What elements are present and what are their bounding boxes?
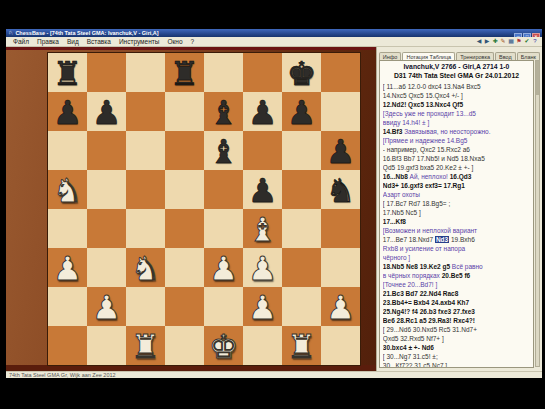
square-h6[interactable]: ♟ <box>321 131 360 170</box>
status-bar: 74th Tata Steel GMA Gr, Wijk aan Zee 201… <box>6 371 542 378</box>
white-bishop[interactable]: ♝ <box>243 209 282 248</box>
notation-text: [ 11...a6 12.0-0 dxc4 13.Na4 Bxc514.Nxc5… <box>380 80 533 368</box>
move-text[interactable]: Nd3+ 16.gxf3 exf3= 17.Rg1 <box>383 182 465 189</box>
notation-line-3: 12.Nd2! Qxc5 13.Nxc4 Qf5 <box>383 100 530 109</box>
square-g6[interactable] <box>282 131 321 170</box>
app-icon: ♘ <box>8 30 13 36</box>
square-a8[interactable]: ♜ <box>48 53 87 92</box>
notation-line-7: [Прямее и надежнее 14.Bg5 <box>383 136 530 145</box>
square-a1[interactable] <box>48 326 87 365</box>
notation-line-18: 17...Be7 18.Nxd7 Nd3 19.Bxh6 <box>383 235 530 244</box>
white-pawn[interactable]: ♟ <box>321 287 360 326</box>
move-text[interactable]: 17.Nb5 Nc5 ] <box>383 209 421 216</box>
notation-line-31: [ 30...Ng7 31.c5! ±; <box>383 352 530 361</box>
black-knight[interactable]: ♞ <box>321 170 360 209</box>
square-d3[interactable] <box>165 248 204 287</box>
main-content: ♜♜♚♟♟♝♟♟♝♟♞♟♞♝♟♞♟♟♟♟♟♜♚♜ ИнфоНотация Таб… <box>6 47 542 371</box>
square-g5[interactable] <box>282 170 321 209</box>
white-pawn[interactable]: ♟ <box>243 248 282 287</box>
move-text[interactable]: [ 17.Bc7 Rd7 18.Bg5= ; <box>383 200 450 207</box>
move-text[interactable]: 17...Kf8 <box>383 218 406 225</box>
square-h4[interactable] <box>321 209 360 248</box>
screenshot-canvas: ♘ ChessBase - [74th Tata Steel GMA: Ivan… <box>0 0 545 409</box>
black-bishop[interactable]: ♝ <box>204 131 243 170</box>
black-pawn[interactable]: ♟ <box>243 92 282 131</box>
black-rook[interactable]: ♜ <box>48 53 87 92</box>
square-b7[interactable]: ♟ <box>87 92 126 131</box>
annotation-comment: ввиду 14.h4! ± ] <box>383 119 429 126</box>
black-bishop[interactable]: ♝ <box>204 92 243 131</box>
square-b5[interactable] <box>87 170 126 209</box>
square-g7[interactable]: ♟ <box>282 92 321 131</box>
notation-line-15: 17.Nb5 Nc5 ] <box>383 208 530 217</box>
square-c6[interactable] <box>126 131 165 170</box>
move-text[interactable]: 14.Nxc5 Qxc5 15.Qxc4 +/- ] <box>383 92 463 99</box>
move-text[interactable]: 16...Nb8 <box>383 173 410 180</box>
notation-line-19: Rxb8 и усиление от напора <box>383 244 530 253</box>
square-d7[interactable] <box>165 92 204 131</box>
menu-item-5[interactable]: Инструменты <box>115 38 164 45</box>
square-c7[interactable] <box>126 92 165 131</box>
chess-board[interactable]: ♜♜♚♟♟♝♟♟♝♟♞♟♞♝♟♞♟♟♟♟♟♜♚♜ <box>48 53 360 365</box>
move-text[interactable]: 12.Nd2! Qxc5 13.Nxc4 Qf5 <box>383 101 463 108</box>
move-text[interactable]: 14.Bf3 <box>383 128 404 135</box>
square-h3[interactable] <box>321 248 360 287</box>
square-e1[interactable]: ♚ <box>204 326 243 365</box>
menu-item-6[interactable]: Окно <box>163 38 186 45</box>
square-b2[interactable]: ♟ <box>87 287 126 326</box>
white-knight[interactable]: ♞ <box>48 170 87 209</box>
square-f1[interactable] <box>243 326 282 365</box>
notation-line-22: в чёрных порядках 20.Be5 f6 <box>383 271 530 280</box>
prev-move-icon[interactable]: ◀ <box>475 37 483 46</box>
square-b3[interactable] <box>87 248 126 287</box>
square-h8[interactable] <box>321 53 360 92</box>
notation-panel: ИнфоНотация ТаблицаТренировкаВводБланк I… <box>376 47 542 371</box>
move-text[interactable]: 16.Bf3 Bb7 17.Nb5! и Nd5 18.Nxa5 <box>383 155 485 162</box>
move-text[interactable]: 16.Qd3 <box>450 173 472 180</box>
selected-move[interactable]: Nd3 <box>435 236 449 243</box>
notation-line-13: Азарт охоты <box>383 190 530 199</box>
square-g2[interactable] <box>282 287 321 326</box>
white-knight[interactable]: ♞ <box>126 248 165 287</box>
square-f5[interactable]: ♟ <box>243 170 282 209</box>
square-b8[interactable] <box>87 53 126 92</box>
square-a3[interactable]: ♟ <box>48 248 87 287</box>
chessbase-window: ♘ ChessBase - [74th Tata Steel GMA: Ivan… <box>6 29 542 378</box>
square-b6[interactable] <box>87 131 126 170</box>
move-text[interactable]: 20.Be5 f6 <box>442 272 471 279</box>
square-d4[interactable] <box>165 209 204 248</box>
annotation-comment: в чёрных порядках <box>383 272 442 279</box>
square-h5[interactable]: ♞ <box>321 170 360 209</box>
move-text[interactable]: Qxd5 32.Rxd5 Nf7+ ] <box>383 335 444 342</box>
add-icon[interactable]: ✚ <box>491 37 499 46</box>
menu-items: ФайлПравкаВидВставкаИнструментыОкно? <box>9 38 198 45</box>
annotation-comment: чёрного ] <box>383 254 410 261</box>
square-b1[interactable] <box>87 326 126 365</box>
square-h1[interactable] <box>321 326 360 365</box>
notation-line-11: 16...Nb8 Ай, неплохо! 16.Qd3 <box>383 172 530 181</box>
notation-line-5: ввиду 14.h4! ± ] <box>383 118 530 127</box>
square-f2[interactable]: ♟ <box>243 287 282 326</box>
annotation-comment: Rxb8 и усиление от напора <box>383 245 465 252</box>
notation-line-29: Qxd5 32.Rxd5 Nf7+ ] <box>383 334 530 343</box>
title-bar[interactable]: ♘ ChessBase - [74th Tata Steel GMA: Ivan… <box>6 29 542 37</box>
white-pawn[interactable]: ♟ <box>87 287 126 326</box>
square-e3[interactable]: ♟ <box>204 248 243 287</box>
notation-line-20: чёрного ] <box>383 253 530 262</box>
notation-line-14: [ 17.Bc7 Rd7 18.Bg5= ; <box>383 199 530 208</box>
square-c2[interactable] <box>126 287 165 326</box>
square-a5[interactable]: ♞ <box>48 170 87 209</box>
square-f7[interactable]: ♟ <box>243 92 282 131</box>
square-d8[interactable]: ♜ <box>165 53 204 92</box>
board-frame: ♜♜♚♟♟♝♟♟♝♟♞♟♞♝♟♞♟♟♟♟♟♜♚♜ <box>6 47 376 371</box>
tab-1[interactable]: Инфо <box>379 52 402 60</box>
black-pawn[interactable]: ♟ <box>87 92 126 131</box>
annotation-comment: [Возможен и неплохой вариант <box>383 227 477 234</box>
move-text[interactable]: Be6 28.Rc1 a5 29.Ra3! Rxc4?! <box>383 317 475 324</box>
square-c5[interactable] <box>126 170 165 209</box>
annotation-comment: [Прямее и надежнее 14.Bg5 <box>383 137 468 144</box>
square-g8[interactable]: ♚ <box>282 53 321 92</box>
notation-line-12: Nd3+ 16.gxf3 exf3= 17.Rg1 <box>383 181 530 190</box>
notation-line-27: Be6 28.Rc1 a5 29.Ra3! Rxc4?! <box>383 316 530 325</box>
edit-icon[interactable]: ✎ <box>499 37 507 46</box>
menu-item-2[interactable]: Правка <box>33 38 63 45</box>
scrollbar[interactable] <box>535 60 540 367</box>
square-d6[interactable] <box>165 131 204 170</box>
status-text: 74th Tata Steel GMA Gr, Wijk aan Zee 201… <box>9 372 116 378</box>
help-icon[interactable]: ? <box>531 37 539 46</box>
notation-line-1: [ 11...a6 12.0-0 dxc4 13.Na4 Bxc5 <box>383 82 530 91</box>
square-a7[interactable]: ♟ <box>48 92 87 131</box>
notation-line-30: 30.bxc4 ± +- Nd6 <box>383 343 530 352</box>
annotation-comment: Завязывая, но неосторожно. <box>404 128 490 135</box>
notation-line-2: 14.Nxc5 Qxc5 15.Qxc4 +/- ] <box>383 91 530 100</box>
game-players: Ivanchuk,V 2766 - Giri,A 2714 1-0 <box>380 63 533 72</box>
move-text[interactable]: 25.Ng4!? f4 26.b3 fxe3 27.fxe3 <box>383 308 475 315</box>
square-e7[interactable]: ♝ <box>204 92 243 131</box>
scrollbar-thumb[interactable] <box>536 61 539 95</box>
square-h7[interactable] <box>321 92 360 131</box>
annotation-comment: Ай, неплохо! <box>410 173 450 180</box>
tab-2[interactable]: Нотация Таблица <box>402 52 455 60</box>
square-e8[interactable] <box>204 53 243 92</box>
square-f3[interactable]: ♟ <box>243 248 282 287</box>
game-event: D31 74th Tata Steel GMA Gr 24.01.2012 <box>380 72 533 81</box>
menu-item-7[interactable]: ? <box>187 38 199 45</box>
tab-4[interactable]: Ввод <box>495 52 516 60</box>
board-icon[interactable]: ▦ <box>507 37 515 46</box>
square-e6[interactable]: ♝ <box>204 131 243 170</box>
move-text[interactable]: 17...Be7 18.Nxd7 <box>383 236 435 243</box>
annotation-comment: [Здесь уже не проходит 13...d5 <box>383 110 476 117</box>
square-d2[interactable] <box>165 287 204 326</box>
move-text[interactable]: [ 11...a6 12.0-0 dxc4 13.Na4 Bxc5 <box>383 83 481 90</box>
notation-line-24: 21.Bc3 Bd7 22.Nd4 Rac8 <box>383 289 530 298</box>
notation-line-9: 16.Bf3 Bb7 17.Nb5! и Nd5 18.Nxa5 <box>383 154 530 163</box>
white-pawn[interactable]: ♟ <box>243 287 282 326</box>
move-text[interactable]: 30...Kf7?? 31.c5 Nc7 ] <box>383 362 447 368</box>
annotation-comment: Всё равно <box>452 263 483 270</box>
square-h2[interactable]: ♟ <box>321 287 360 326</box>
menu-bar: ФайлПравкаВидВставкаИнструментыОкно? ◀▶✚… <box>6 37 542 47</box>
black-pawn[interactable]: ♟ <box>243 170 282 209</box>
square-g4[interactable] <box>282 209 321 248</box>
notation-line-10: Qd5 19.gxf3 bxa5 20.Ke2 ± +- ] <box>383 163 530 172</box>
square-a2[interactable] <box>48 287 87 326</box>
move-text[interactable]: 21.Bc3 Bd7 22.Nd4 Rac8 <box>383 290 459 297</box>
white-rook[interactable]: ♜ <box>282 326 321 365</box>
menu-item-3[interactable]: Вид <box>63 38 83 45</box>
notation-line-8: - например, Qxc2 15.Rxc2 a6 <box>383 145 530 154</box>
check-icon[interactable]: ✔ <box>523 37 531 46</box>
menu-item-1[interactable]: Файл <box>9 38 33 45</box>
notation-line-28: [ 29...Nd6 30.Nxd5 Rc5 31.Nd7+ <box>383 325 530 334</box>
square-d1[interactable] <box>165 326 204 365</box>
notation-line-16: 17...Kf8 <box>383 217 530 226</box>
move-text[interactable]: 30.bxc4 ± +- Nd6 <box>383 344 434 351</box>
notation-line-23: [Точнее 20...Bd7! ] <box>383 280 530 289</box>
annotation-comment: Азарт охоты <box>383 191 420 198</box>
tab-3[interactable]: Тренировка <box>456 52 494 60</box>
square-a4[interactable] <box>48 209 87 248</box>
move-text[interactable]: 19.Bxh6 <box>449 236 475 243</box>
move-text[interactable]: - например, Qxc2 15.Rxc2 a6 <box>383 146 470 153</box>
notation-line-17: [Возможен и неплохой вариант <box>383 226 530 235</box>
black-pawn[interactable]: ♟ <box>282 92 321 131</box>
black-rook[interactable]: ♜ <box>165 53 204 92</box>
white-pawn[interactable]: ♟ <box>48 248 87 287</box>
notation-line-4: [Здесь уже не проходит 13...d5 <box>383 109 530 118</box>
next-move-icon[interactable]: ▶ <box>483 37 491 46</box>
toolbar-icons: ◀▶✚✎▦⚑✔? <box>475 37 539 46</box>
notation-pane[interactable]: Ivanchuk,V 2766 - Giri,A 2714 1-0 D31 74… <box>379 60 534 368</box>
square-c3[interactable]: ♞ <box>126 248 165 287</box>
notation-line-32: 30...Kf7?? 31.c5 Nc7 ] <box>383 361 530 368</box>
black-king[interactable]: ♚ <box>282 53 321 92</box>
square-f6[interactable] <box>243 131 282 170</box>
square-c4[interactable] <box>126 209 165 248</box>
square-b4[interactable] <box>87 209 126 248</box>
square-e2[interactable] <box>204 287 243 326</box>
tab-5[interactable]: Бланк <box>517 52 540 60</box>
square-a6[interactable] <box>48 131 87 170</box>
move-text[interactable]: 23.Bb4+= Bxb4 24.axb4 Kh7 <box>383 299 469 306</box>
white-rook[interactable]: ♜ <box>126 326 165 365</box>
notation-line-25: 23.Bb4+= Bxb4 24.axb4 Kh7 <box>383 298 530 307</box>
square-e4[interactable] <box>204 209 243 248</box>
flag-icon[interactable]: ⚑ <box>515 37 523 46</box>
notation-line-6: 14.Bf3 Завязывая, но неосторожно. <box>383 127 530 136</box>
black-pawn[interactable]: ♟ <box>321 131 360 170</box>
square-g1[interactable]: ♜ <box>282 326 321 365</box>
annotation-comment: [Точнее 20...Bd7! ] <box>383 281 437 288</box>
square-f4[interactable]: ♝ <box>243 209 282 248</box>
black-pawn[interactable]: ♟ <box>48 92 87 131</box>
window-title: ChessBase - [74th Tata Steel GMA: Ivanch… <box>15 30 513 36</box>
move-text[interactable]: 18.Nb5 Ne8 19.Ke2 g5 <box>383 263 452 270</box>
white-king[interactable]: ♚ <box>204 326 243 365</box>
square-c1[interactable]: ♜ <box>126 326 165 365</box>
square-c8[interactable] <box>126 53 165 92</box>
menu-item-4[interactable]: Вставка <box>83 38 115 45</box>
panel-tabs: ИнфоНотация ТаблицаТренировкаВводБланк <box>377 47 542 60</box>
square-d5[interactable] <box>165 170 204 209</box>
move-text[interactable]: Qd5 19.gxf3 bxa5 20.Ke2 ± +- ] <box>383 164 473 171</box>
notation-line-21: 18.Nb5 Ne8 19.Ke2 g5 Всё равно <box>383 262 530 271</box>
square-f8[interactable] <box>243 53 282 92</box>
white-pawn[interactable]: ♟ <box>204 248 243 287</box>
move-text[interactable]: [ 30...Ng7 31.c5! ±; <box>383 353 438 360</box>
notation-line-26: 25.Ng4!? f4 26.b3 fxe3 27.fxe3 <box>383 307 530 316</box>
square-e5[interactable] <box>204 170 243 209</box>
square-g3[interactable] <box>282 248 321 287</box>
move-text[interactable]: [ 29...Nd6 30.Nxd5 Rc5 31.Nd7+ <box>383 326 477 333</box>
